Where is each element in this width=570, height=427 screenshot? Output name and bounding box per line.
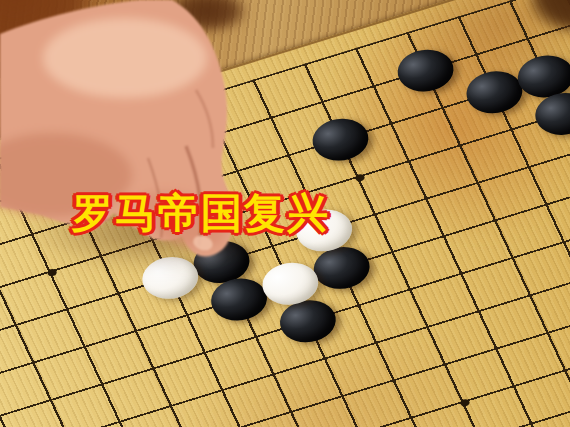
caption-text-overlay: 罗马帝国复兴: [72, 186, 330, 241]
hand-placing-stone: [0, 0, 320, 300]
photo-frame: 罗马帝国复兴: [0, 0, 570, 427]
